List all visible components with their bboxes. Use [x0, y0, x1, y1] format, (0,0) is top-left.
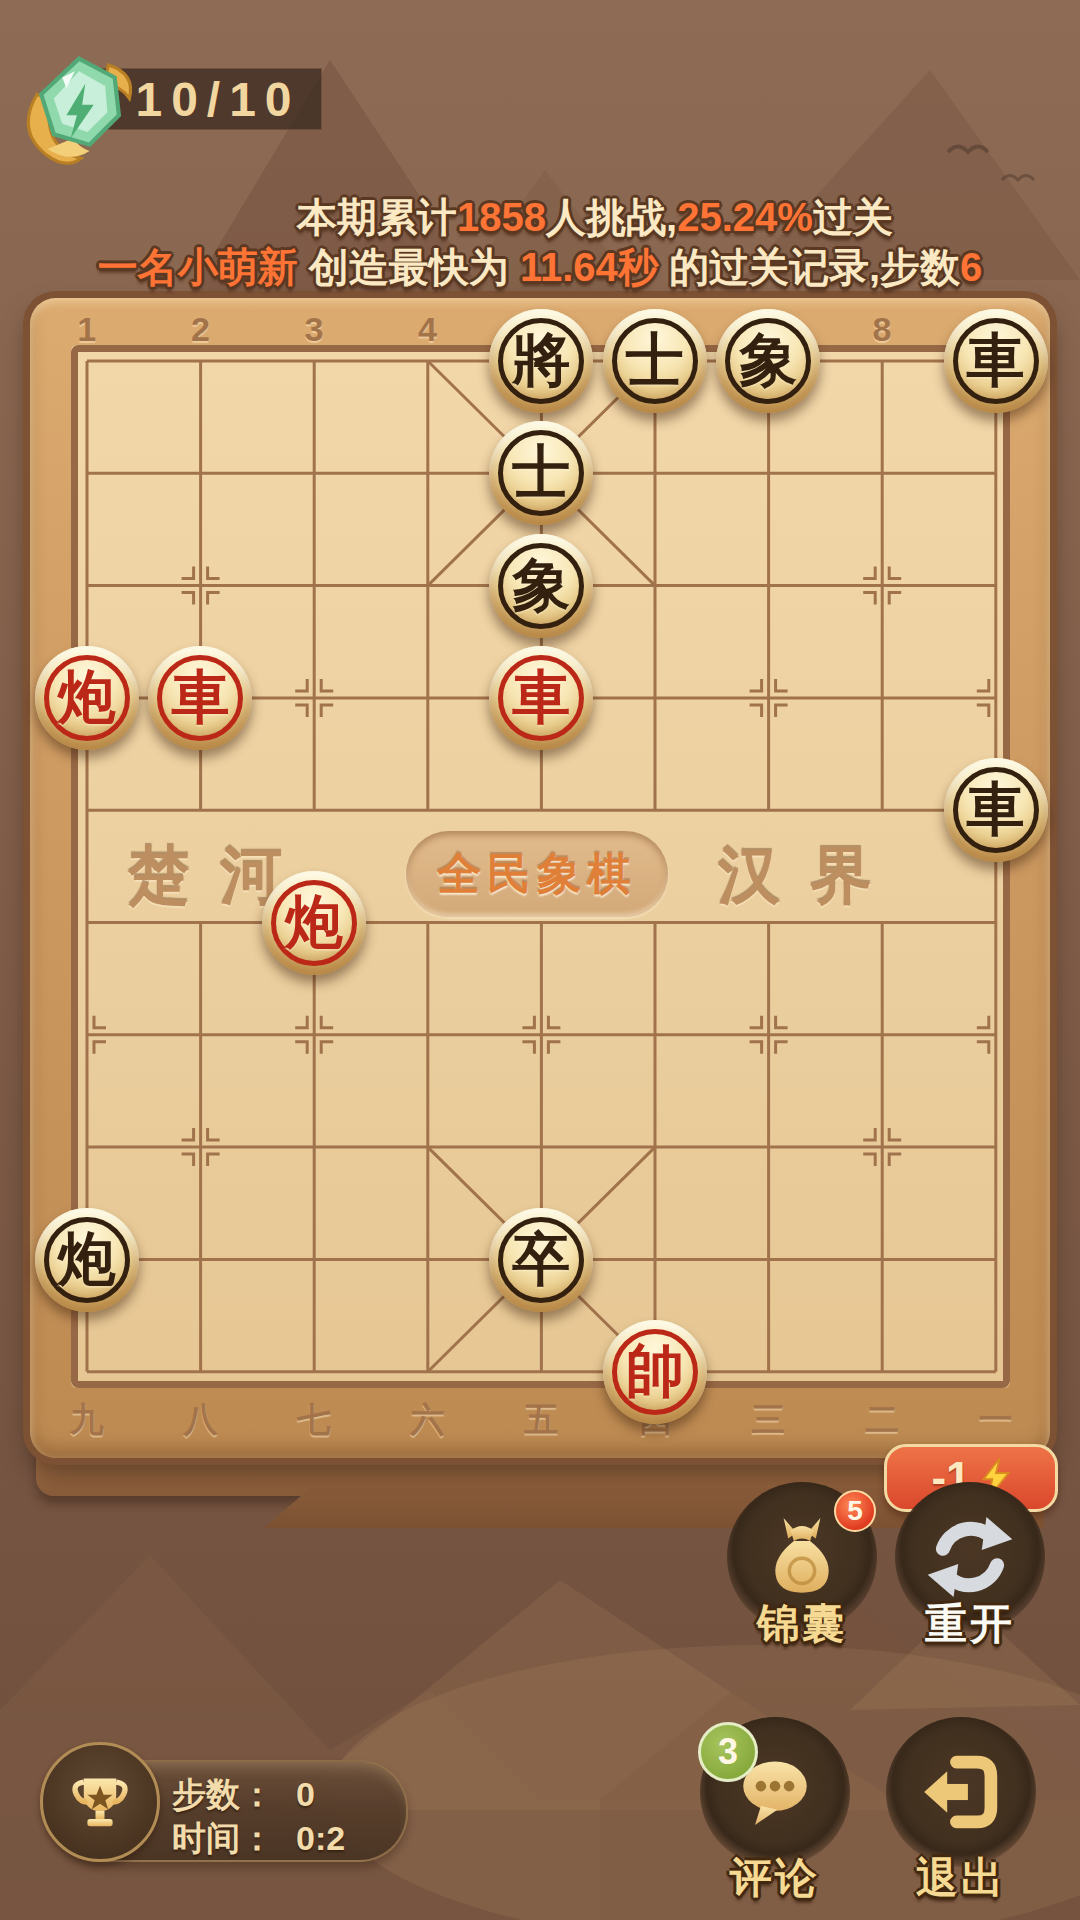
piece-black[interactable]: 車: [944, 758, 1048, 862]
piece-glyph: 卒: [489, 1208, 593, 1312]
piece-black[interactable]: 士: [603, 309, 707, 413]
piece-glyph: 炮: [262, 871, 366, 975]
bird-icon: [948, 147, 988, 153]
time-row: 时间：0:2: [172, 1816, 345, 1862]
steps-row: 步数：0: [172, 1772, 315, 1818]
piece-black[interactable]: 卒: [489, 1208, 593, 1312]
piece-red[interactable]: 帥: [603, 1320, 707, 1424]
piece-glyph: 車: [944, 758, 1048, 862]
energy-gem-icon: [16, 46, 142, 172]
game-screen: 10/10 本期累计1858人挑战,25.24%过关 一名小萌新 创造最快为 1…: [0, 0, 1080, 1920]
piece-glyph: 象: [716, 309, 820, 413]
piece-grid: 將士象車士象炮車車車炮炮卒帥: [30, 305, 1053, 1428]
trophy-icon: [64, 1766, 136, 1838]
piece-red[interactable]: 炮: [262, 871, 366, 975]
trophy-badge: [40, 1742, 160, 1862]
piece-black[interactable]: 車: [944, 309, 1048, 413]
hint-count-badge: 5: [834, 1490, 876, 1532]
time-label: 时间：: [172, 1819, 274, 1857]
restart-arrows-icon: [923, 1510, 1017, 1604]
piece-glyph: 士: [603, 309, 707, 413]
bird-icon: [1002, 176, 1034, 181]
steps-value: 0: [296, 1775, 315, 1813]
piece-glyph: 炮: [35, 1208, 139, 1312]
comment-count-badge: 3: [698, 1722, 758, 1782]
piece-glyph: 士: [489, 421, 593, 525]
time-value: 0:2: [296, 1819, 345, 1857]
piece-glyph: 將: [489, 309, 593, 413]
pouch-icon: [756, 1511, 848, 1603]
piece-glyph: 象: [489, 534, 593, 638]
piece-red[interactable]: 車: [489, 646, 593, 750]
record-stats-line: 一名小萌新 创造最快为 11.64秒 的过关记录,步数6: [0, 240, 1080, 295]
piece-glyph: 車: [489, 646, 593, 750]
exit-button-label: 退出: [861, 1850, 1061, 1906]
piece-glyph: 車: [944, 309, 1048, 413]
restart-button-label: 重开: [870, 1596, 1070, 1652]
exit-arrow-icon: [915, 1746, 1007, 1838]
challenge-stats-line: 本期累计1858人挑战,25.24%过关: [55, 190, 1080, 245]
piece-glyph: 車: [148, 646, 252, 750]
piece-black[interactable]: 將: [489, 309, 593, 413]
piece-glyph: 帥: [603, 1320, 707, 1424]
piece-red[interactable]: 車: [148, 646, 252, 750]
piece-red[interactable]: 炮: [35, 646, 139, 750]
piece-black[interactable]: 象: [716, 309, 820, 413]
comment-button-label: 评论: [675, 1850, 875, 1906]
piece-black[interactable]: 炮: [35, 1208, 139, 1312]
piece-black[interactable]: 象: [489, 534, 593, 638]
exit-button[interactable]: [886, 1717, 1036, 1867]
steps-label: 步数：: [172, 1775, 274, 1813]
piece-glyph: 炮: [35, 646, 139, 750]
xiangqi-board: 123456789 九八七六五四三二一 楚河 汉界 全民象棋 將士象車士象炮車車…: [30, 298, 1050, 1458]
piece-black[interactable]: 士: [489, 421, 593, 525]
